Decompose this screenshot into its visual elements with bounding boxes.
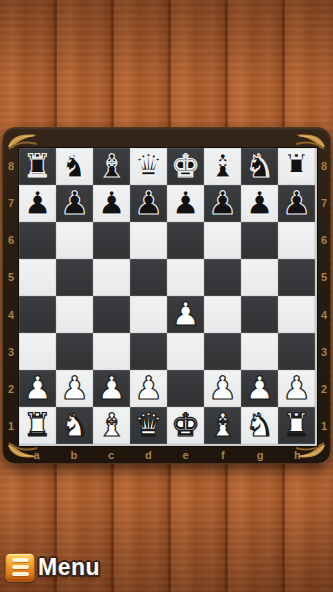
black-knight-g8[interactable]: ♞ bbox=[245, 150, 274, 182]
black-queen-d8[interactable]: ♛ bbox=[134, 150, 163, 182]
black-bishop-c8[interactable]: ♝ bbox=[97, 150, 126, 182]
white-pawn-b2[interactable]: ♟ bbox=[60, 372, 89, 404]
rank-label-5: 5 bbox=[4, 259, 18, 296]
square-h6[interactable] bbox=[278, 222, 315, 259]
rank-label-2: 2 bbox=[317, 371, 331, 408]
square-e6[interactable] bbox=[167, 222, 204, 259]
square-e3[interactable] bbox=[167, 333, 204, 370]
square-g5[interactable] bbox=[241, 259, 278, 296]
rank-label-3: 3 bbox=[4, 333, 18, 370]
white-rook-a1[interactable]: ♜ bbox=[23, 409, 52, 441]
square-e7[interactable]: ♟ bbox=[167, 185, 204, 222]
square-h8[interactable]: ♜ bbox=[278, 148, 315, 185]
menu-icon-bar bbox=[12, 558, 29, 562]
square-c8[interactable]: ♝ bbox=[93, 148, 130, 185]
square-g7[interactable]: ♟ bbox=[241, 185, 278, 222]
square-e2[interactable] bbox=[167, 370, 204, 407]
file-label-g: g bbox=[242, 447, 279, 463]
square-e5[interactable] bbox=[167, 259, 204, 296]
rank-label-6: 6 bbox=[4, 222, 18, 259]
rank-label-1: 1 bbox=[4, 408, 18, 445]
square-a5[interactable] bbox=[19, 259, 56, 296]
rank-labels-left: 87654321 bbox=[4, 147, 18, 445]
menu-icon-bar bbox=[12, 572, 29, 576]
chess-board: ♜♞♝♛♚♝♞♜♟♟♟♟♟♟♟♟♟♟♟♟♟♟♟♟♜♞♝♛♚♝♞♜ bbox=[19, 148, 315, 444]
square-b5[interactable] bbox=[56, 259, 93, 296]
square-g1[interactable]: ♞ bbox=[241, 407, 278, 444]
black-bishop-f8[interactable]: ♝ bbox=[208, 150, 237, 182]
square-c6[interactable] bbox=[93, 222, 130, 259]
file-label-h: h bbox=[279, 447, 316, 463]
white-pawn-g2[interactable]: ♟ bbox=[245, 372, 274, 404]
black-pawn-b7[interactable]: ♟ bbox=[60, 187, 89, 219]
file-label-e: e bbox=[167, 447, 204, 463]
square-b1[interactable]: ♞ bbox=[56, 407, 93, 444]
menu-button[interactable]: Menu bbox=[5, 551, 100, 583]
rank-labels-right: 87654321 bbox=[317, 147, 331, 445]
square-g6[interactable] bbox=[241, 222, 278, 259]
square-d5[interactable] bbox=[130, 259, 167, 296]
black-pawn-c7[interactable]: ♟ bbox=[97, 187, 126, 219]
square-b6[interactable] bbox=[56, 222, 93, 259]
black-pawn-g7[interactable]: ♟ bbox=[245, 187, 274, 219]
white-bishop-c1[interactable]: ♝ bbox=[97, 409, 126, 441]
white-pawn-f2[interactable]: ♟ bbox=[208, 372, 237, 404]
square-d6[interactable] bbox=[130, 222, 167, 259]
white-rook-h1[interactable]: ♜ bbox=[282, 409, 311, 441]
file-labels: abcdefgh bbox=[18, 447, 316, 463]
square-d4[interactable] bbox=[130, 296, 167, 333]
rank-label-2: 2 bbox=[4, 371, 18, 408]
square-g4[interactable] bbox=[241, 296, 278, 333]
square-h5[interactable] bbox=[278, 259, 315, 296]
square-b4[interactable] bbox=[56, 296, 93, 333]
square-b2[interactable]: ♟ bbox=[56, 370, 93, 407]
black-rook-a8[interactable]: ♜ bbox=[23, 150, 52, 182]
square-d8[interactable]: ♛ bbox=[130, 148, 167, 185]
square-e1[interactable]: ♚ bbox=[167, 407, 204, 444]
black-rook-h8[interactable]: ♜ bbox=[282, 150, 311, 182]
square-e8[interactable]: ♚ bbox=[167, 148, 204, 185]
square-a7[interactable]: ♟ bbox=[19, 185, 56, 222]
black-pawn-d7[interactable]: ♟ bbox=[134, 187, 163, 219]
square-f7[interactable]: ♟ bbox=[204, 185, 241, 222]
square-f5[interactable] bbox=[204, 259, 241, 296]
square-a4[interactable] bbox=[19, 296, 56, 333]
black-pawn-a7[interactable]: ♟ bbox=[23, 187, 52, 219]
white-king-e1[interactable]: ♚ bbox=[171, 409, 200, 441]
black-pawn-e7[interactable]: ♟ bbox=[171, 187, 200, 219]
square-h4[interactable] bbox=[278, 296, 315, 333]
white-pawn-c2[interactable]: ♟ bbox=[97, 372, 126, 404]
black-king-e8[interactable]: ♚ bbox=[171, 150, 200, 182]
square-f6[interactable] bbox=[204, 222, 241, 259]
black-pawn-h7[interactable]: ♟ bbox=[282, 187, 311, 219]
square-g8[interactable]: ♞ bbox=[241, 148, 278, 185]
rank-label-1: 1 bbox=[317, 408, 331, 445]
hamburger-menu-icon[interactable] bbox=[5, 553, 35, 582]
file-label-b: b bbox=[55, 447, 92, 463]
white-knight-g1[interactable]: ♞ bbox=[245, 409, 274, 441]
square-c1[interactable]: ♝ bbox=[93, 407, 130, 444]
rank-label-5: 5 bbox=[317, 259, 331, 296]
black-pawn-f7[interactable]: ♟ bbox=[208, 187, 237, 219]
square-f1[interactable]: ♝ bbox=[204, 407, 241, 444]
file-label-a: a bbox=[18, 447, 55, 463]
rank-label-8: 8 bbox=[4, 147, 18, 184]
square-g2[interactable]: ♟ bbox=[241, 370, 278, 407]
square-g3[interactable] bbox=[241, 333, 278, 370]
square-d7[interactable]: ♟ bbox=[130, 185, 167, 222]
file-label-f: f bbox=[204, 447, 241, 463]
rank-label-4: 4 bbox=[4, 296, 18, 333]
square-f4[interactable] bbox=[204, 296, 241, 333]
white-pawn-d2[interactable]: ♟ bbox=[134, 372, 163, 404]
white-pawn-a2[interactable]: ♟ bbox=[23, 372, 52, 404]
square-f2[interactable]: ♟ bbox=[204, 370, 241, 407]
square-e4[interactable]: ♟ bbox=[167, 296, 204, 333]
square-f3[interactable] bbox=[204, 333, 241, 370]
white-knight-b1[interactable]: ♞ bbox=[60, 409, 89, 441]
file-label-c: c bbox=[93, 447, 130, 463]
square-b7[interactable]: ♟ bbox=[56, 185, 93, 222]
rank-label-7: 7 bbox=[4, 184, 18, 221]
square-b8[interactable]: ♞ bbox=[56, 148, 93, 185]
white-bishop-f1[interactable]: ♝ bbox=[208, 409, 237, 441]
square-a6[interactable] bbox=[19, 222, 56, 259]
square-h2[interactable]: ♟ bbox=[278, 370, 315, 407]
file-label-d: d bbox=[130, 447, 167, 463]
chess-board-frame: 87654321 87654321 ♜♞♝♛♚♝♞♜♟♟♟♟♟♟♟♟♟♟♟♟♟♟… bbox=[2, 127, 331, 464]
square-d1[interactable]: ♛ bbox=[130, 407, 167, 444]
rank-label-3: 3 bbox=[317, 333, 331, 370]
black-knight-b8[interactable]: ♞ bbox=[60, 150, 89, 182]
menu-button-label: Menu bbox=[38, 554, 100, 581]
rank-label-8: 8 bbox=[317, 147, 331, 184]
square-d2[interactable]: ♟ bbox=[130, 370, 167, 407]
square-f8[interactable]: ♝ bbox=[204, 148, 241, 185]
square-a8[interactable]: ♜ bbox=[19, 148, 56, 185]
rank-label-6: 6 bbox=[317, 222, 331, 259]
square-c3[interactable] bbox=[93, 333, 130, 370]
square-h7[interactable]: ♟ bbox=[278, 185, 315, 222]
square-c7[interactable]: ♟ bbox=[93, 185, 130, 222]
board-grid-border: ♜♞♝♛♚♝♞♜♟♟♟♟♟♟♟♟♟♟♟♟♟♟♟♟♜♞♝♛♚♝♞♜ bbox=[18, 147, 318, 447]
rank-label-4: 4 bbox=[317, 296, 331, 333]
square-h1[interactable]: ♜ bbox=[278, 407, 315, 444]
square-a2[interactable]: ♟ bbox=[19, 370, 56, 407]
square-a1[interactable]: ♜ bbox=[19, 407, 56, 444]
white-pawn-e4[interactable]: ♟ bbox=[171, 298, 200, 330]
square-a3[interactable] bbox=[19, 333, 56, 370]
square-h3[interactable] bbox=[278, 333, 315, 370]
rank-label-7: 7 bbox=[317, 184, 331, 221]
white-pawn-h2[interactable]: ♟ bbox=[282, 372, 311, 404]
square-b3[interactable] bbox=[56, 333, 93, 370]
square-d3[interactable] bbox=[130, 333, 167, 370]
menu-icon-bar bbox=[12, 565, 29, 569]
square-c5[interactable] bbox=[93, 259, 130, 296]
white-queen-d1[interactable]: ♛ bbox=[134, 409, 163, 441]
square-c2[interactable]: ♟ bbox=[93, 370, 130, 407]
square-c4[interactable] bbox=[93, 296, 130, 333]
